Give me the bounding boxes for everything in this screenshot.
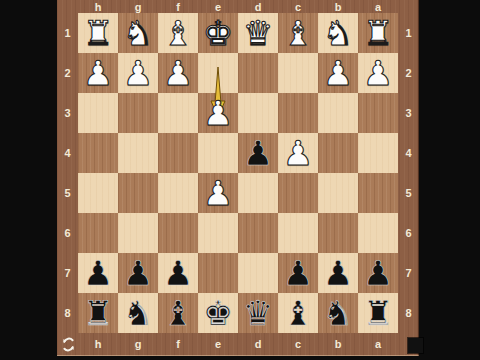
square-a7[interactable]: ♟	[358, 253, 398, 293]
white-pawn[interactable]: ♟	[83, 53, 113, 93]
black-bishop[interactable]: ♝	[283, 293, 313, 333]
file-labels-bottom: hgfedcba	[78, 333, 398, 356]
square-f2[interactable]: ♟	[158, 53, 198, 93]
square-a8[interactable]: ♜	[358, 293, 398, 333]
square-d7[interactable]	[238, 253, 278, 293]
square-g5[interactable]	[118, 173, 158, 213]
square-d3[interactable]	[238, 93, 278, 133]
file-label-g: g	[118, 0, 158, 14]
square-f3[interactable]	[158, 93, 198, 133]
black-rook[interactable]: ♜	[363, 293, 393, 333]
video-frame: hgfedcba hgfedcba 12345678 12345678 ♜♞♝♚…	[0, 0, 480, 360]
rank-label-2: 2	[398, 53, 419, 93]
black-pawn[interactable]: ♟	[123, 253, 153, 293]
black-knight[interactable]: ♞	[323, 293, 353, 333]
white-king[interactable]: ♚	[203, 13, 233, 53]
rank-label-1: 1	[398, 13, 419, 53]
rank-label-7: 7	[57, 253, 78, 293]
file-label-c: c	[278, 333, 318, 356]
square-d2[interactable]	[238, 53, 278, 93]
white-bishop[interactable]: ♝	[163, 13, 193, 53]
square-e6[interactable]	[198, 213, 238, 253]
white-pawn[interactable]: ♟	[203, 173, 233, 213]
black-pawn[interactable]: ♟	[323, 253, 353, 293]
rank-labels-right: 12345678	[398, 13, 419, 333]
rank-label-7: 7	[398, 253, 419, 293]
white-knight[interactable]: ♞	[123, 13, 153, 53]
square-e7[interactable]	[198, 253, 238, 293]
square-h7[interactable]: ♟	[78, 253, 118, 293]
chessboard-frame: hgfedcba hgfedcba 12345678 12345678 ♜♞♝♚…	[57, 0, 419, 356]
square-f4[interactable]	[158, 133, 198, 173]
white-pawn[interactable]: ♟	[203, 93, 233, 133]
file-label-b: b	[318, 0, 358, 14]
file-label-f: f	[158, 333, 198, 356]
square-c7[interactable]: ♟	[278, 253, 318, 293]
rank-label-8: 8	[398, 293, 419, 333]
black-pawn[interactable]: ♟	[243, 133, 273, 173]
black-knight[interactable]: ♞	[123, 293, 153, 333]
black-pawn[interactable]: ♟	[363, 253, 393, 293]
square-e5[interactable]: ♟	[198, 173, 238, 213]
white-pawn[interactable]: ♟	[283, 133, 313, 173]
square-c2[interactable]	[278, 53, 318, 93]
square-g2[interactable]: ♟	[118, 53, 158, 93]
file-label-h: h	[78, 333, 118, 356]
black-queen[interactable]: ♛	[243, 293, 273, 333]
square-f7[interactable]: ♟	[158, 253, 198, 293]
black-to-move-indicator	[408, 338, 423, 353]
rank-labels-left: 12345678	[57, 13, 78, 333]
white-rook[interactable]: ♜	[363, 13, 393, 53]
square-g3[interactable]	[118, 93, 158, 133]
file-labels-top: hgfedcba	[78, 0, 398, 13]
white-pawn[interactable]: ♟	[163, 53, 193, 93]
square-g7[interactable]: ♟	[118, 253, 158, 293]
rank-label-5: 5	[398, 173, 419, 213]
square-a6[interactable]	[358, 213, 398, 253]
white-pawn[interactable]: ♟	[363, 53, 393, 93]
square-a1[interactable]: ♜	[358, 13, 398, 53]
file-label-g: g	[118, 333, 158, 356]
square-b8[interactable]: ♞	[318, 293, 358, 333]
square-h8[interactable]: ♜	[78, 293, 118, 333]
square-h4[interactable]	[78, 133, 118, 173]
square-d1[interactable]: ♛	[238, 13, 278, 53]
rank-label-3: 3	[57, 93, 78, 133]
square-d4[interactable]: ♟	[238, 133, 278, 173]
file-label-e: e	[198, 0, 238, 14]
square-g8[interactable]: ♞	[118, 293, 158, 333]
board: ♜♞♝♚♛♝♞♜♟♟♟♟♟♟♟♟♟♟♟♟♟♟♟♜♞♝♚♛♝♞♜	[78, 13, 398, 333]
square-f1[interactable]: ♝	[158, 13, 198, 53]
black-pawn[interactable]: ♟	[163, 253, 193, 293]
white-knight[interactable]: ♞	[323, 13, 353, 53]
white-bishop[interactable]: ♝	[283, 13, 313, 53]
black-rook[interactable]: ♜	[83, 293, 113, 333]
square-d8[interactable]: ♛	[238, 293, 278, 333]
square-h5[interactable]	[78, 173, 118, 213]
square-e4[interactable]	[198, 133, 238, 173]
square-f5[interactable]	[158, 173, 198, 213]
square-e2[interactable]	[198, 53, 238, 93]
rank-label-2: 2	[57, 53, 78, 93]
black-pawn[interactable]: ♟	[83, 253, 113, 293]
square-h2[interactable]: ♟	[78, 53, 118, 93]
flip-board-icon[interactable]	[61, 337, 76, 352]
square-h6[interactable]	[78, 213, 118, 253]
file-label-d: d	[238, 0, 278, 14]
square-g1[interactable]: ♞	[118, 13, 158, 53]
square-a4[interactable]	[358, 133, 398, 173]
square-c8[interactable]: ♝	[278, 293, 318, 333]
square-a2[interactable]: ♟	[358, 53, 398, 93]
square-c6[interactable]	[278, 213, 318, 253]
file-label-b: b	[318, 333, 358, 356]
white-pawn[interactable]: ♟	[123, 53, 153, 93]
square-b3[interactable]	[318, 93, 358, 133]
square-c4[interactable]: ♟	[278, 133, 318, 173]
square-b7[interactable]: ♟	[318, 253, 358, 293]
rank-label-1: 1	[57, 13, 78, 53]
rank-label-3: 3	[398, 93, 419, 133]
square-c1[interactable]: ♝	[278, 13, 318, 53]
square-b2[interactable]: ♟	[318, 53, 358, 93]
rank-label-4: 4	[57, 133, 78, 173]
square-f6[interactable]	[158, 213, 198, 253]
rank-label-6: 6	[57, 213, 78, 253]
black-pawn[interactable]: ♟	[283, 253, 313, 293]
white-rook[interactable]: ♜	[83, 13, 113, 53]
square-g6[interactable]	[118, 213, 158, 253]
white-queen[interactable]: ♛	[243, 13, 273, 53]
file-label-a: a	[358, 333, 398, 356]
square-d5[interactable]	[238, 173, 278, 213]
file-label-h: h	[78, 0, 118, 14]
white-pawn[interactable]: ♟	[323, 53, 353, 93]
square-h1[interactable]: ♜	[78, 13, 118, 53]
black-bishop[interactable]: ♝	[163, 293, 193, 333]
square-e3[interactable]: ♟	[198, 93, 238, 133]
square-c5[interactable]	[278, 173, 318, 213]
file-label-e: e	[198, 333, 238, 356]
square-c3[interactable]	[278, 93, 318, 133]
rank-label-6: 6	[398, 213, 419, 253]
square-b1[interactable]: ♞	[318, 13, 358, 53]
square-b6[interactable]	[318, 213, 358, 253]
file-label-a: a	[358, 0, 398, 14]
rank-label-5: 5	[57, 173, 78, 213]
file-label-c: c	[278, 0, 318, 14]
rank-label-4: 4	[398, 133, 419, 173]
rank-label-8: 8	[57, 293, 78, 333]
square-b4[interactable]	[318, 133, 358, 173]
square-e8[interactable]: ♚	[198, 293, 238, 333]
square-d6[interactable]	[238, 213, 278, 253]
file-label-f: f	[158, 0, 198, 14]
square-a3[interactable]	[358, 93, 398, 133]
square-h3[interactable]	[78, 93, 118, 133]
square-b5[interactable]	[318, 173, 358, 213]
square-g4[interactable]	[118, 133, 158, 173]
file-label-d: d	[238, 333, 278, 356]
square-e1[interactable]: ♚	[198, 13, 238, 53]
square-f8[interactable]: ♝	[158, 293, 198, 333]
black-king[interactable]: ♚	[203, 293, 233, 333]
square-a5[interactable]	[358, 173, 398, 213]
